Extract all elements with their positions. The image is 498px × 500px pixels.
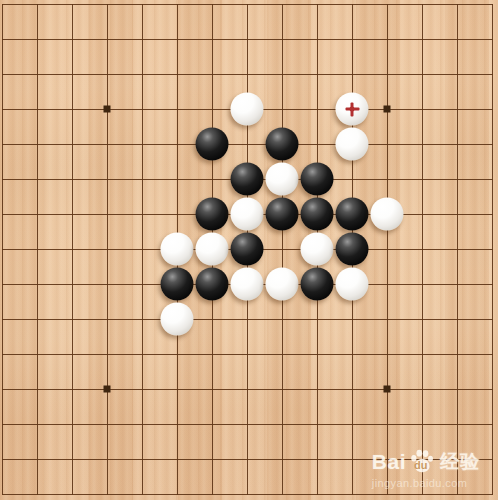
black-stone [301, 268, 334, 301]
grid-line-horizontal [2, 389, 493, 390]
white-stone [336, 93, 369, 126]
grid-line-vertical [492, 4, 493, 495]
white-stone [336, 268, 369, 301]
white-stone [301, 233, 334, 266]
white-stone [266, 268, 299, 301]
white-stone [231, 93, 264, 126]
watermark-bai-text: Bai [372, 451, 406, 472]
star-point [384, 386, 391, 393]
grid-line-vertical [457, 4, 458, 495]
watermark-url: jingyan.baidu.com [372, 478, 480, 489]
white-stone [161, 303, 194, 336]
white-stone [196, 233, 229, 266]
watermark-du-text: du [414, 460, 427, 471]
white-stone [266, 163, 299, 196]
black-stone [196, 198, 229, 231]
white-stone [231, 198, 264, 231]
grid-line-horizontal [2, 494, 493, 495]
white-stone [336, 128, 369, 161]
black-stone [266, 128, 299, 161]
baidu-logo: Bai du 经验 [372, 447, 480, 475]
black-stone [266, 198, 299, 231]
white-stone [231, 268, 264, 301]
white-stone [161, 233, 194, 266]
white-stone [371, 198, 404, 231]
black-stone [196, 268, 229, 301]
black-stone [301, 198, 334, 231]
grid-line-horizontal [2, 424, 493, 425]
grid-line-vertical [282, 4, 283, 495]
black-stone [161, 268, 194, 301]
grid-line-vertical [422, 4, 423, 495]
baidu-jingyan-watermark: Bai du 经验 jingyan.baidu.com [372, 447, 480, 489]
black-stone [336, 233, 369, 266]
black-stone [301, 163, 334, 196]
black-stone [196, 128, 229, 161]
watermark-jingyan-text: 经验 [440, 452, 480, 471]
star-point [384, 106, 391, 113]
grid-line-vertical [387, 4, 388, 495]
star-point [104, 106, 111, 113]
black-stone [231, 163, 264, 196]
grid-line-horizontal [2, 354, 493, 355]
black-stone [336, 198, 369, 231]
gomoku-board[interactable]: Bai du 经验 jingyan.baidu.com [0, 0, 498, 500]
baidu-paw-icon: du [408, 448, 435, 475]
black-stone [231, 233, 264, 266]
star-point [104, 386, 111, 393]
grid-line-horizontal [2, 319, 493, 320]
